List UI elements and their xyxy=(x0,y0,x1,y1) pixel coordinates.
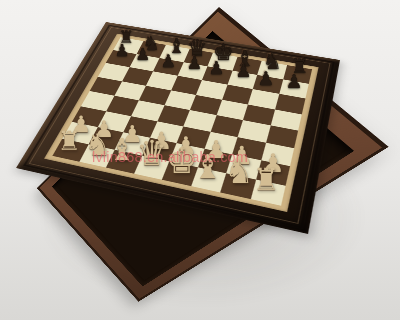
piece-black-pawn-e7[interactable]: ♟ xyxy=(208,59,224,77)
watermark: lvlin868.en.alibaba.com xyxy=(92,149,248,165)
chess-set-photo: ♜♞♝♛♚♝♞♜♟♟♟♟♟♟♟♟♟♟♟♟♟♟♟♟♜♞♝♛♚♝♞♜ lvlin86… xyxy=(0,0,400,320)
piece-black-pawn-h7[interactable]: ♟ xyxy=(285,72,302,91)
piece-black-pawn-b7[interactable]: ♟ xyxy=(135,46,150,63)
piece-black-pawn-c7[interactable]: ♟ xyxy=(161,53,177,70)
piece-black-pawn-d7[interactable]: ♟ xyxy=(187,56,203,74)
piece-black-pawn-g7[interactable]: ♟ xyxy=(257,69,274,88)
piece-white-rook-h1[interactable]: ♜ xyxy=(253,164,280,194)
piece-white-rook-a1[interactable]: ♜ xyxy=(58,128,82,155)
piece-black-pawn-f7[interactable]: ♟ xyxy=(235,62,251,80)
piece-black-pawn-a7[interactable]: ♟ xyxy=(115,43,130,60)
